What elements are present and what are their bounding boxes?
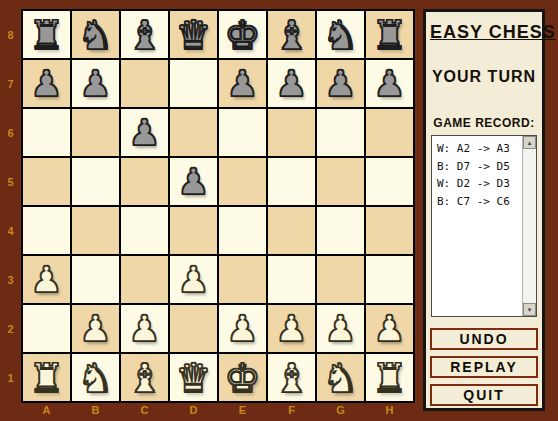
square-g3[interactable] <box>317 256 364 303</box>
action-buttons: UNDO REPLAY QUIT <box>426 328 542 406</box>
square-a5[interactable] <box>23 158 70 205</box>
square-c3[interactable] <box>121 256 168 303</box>
square-f7[interactable]: ♟ <box>268 60 315 107</box>
piece-black-pawn[interactable]: ♟ <box>177 164 209 200</box>
move-entry-3[interactable]: W: D2 -> D3 <box>437 175 520 193</box>
square-d8[interactable]: ♛ <box>170 11 217 58</box>
square-f6[interactable] <box>268 109 315 156</box>
square-a8[interactable]: ♜ <box>23 11 70 58</box>
square-d6[interactable] <box>170 109 217 156</box>
square-f3[interactable] <box>268 256 315 303</box>
square-g2[interactable]: ♟ <box>317 305 364 352</box>
move-entry-1[interactable]: W: A2 -> A3 <box>437 140 520 158</box>
piece-black-king[interactable]: ♚ <box>225 15 261 55</box>
square-f5[interactable] <box>268 158 315 205</box>
move-entry-4[interactable]: B: C7 -> C6 <box>437 193 520 211</box>
piece-black-bishop[interactable]: ♝ <box>274 15 310 55</box>
replay-button[interactable]: REPLAY <box>430 356 538 378</box>
piece-white-pawn[interactable]: ♟ <box>79 311 111 347</box>
square-b7[interactable]: ♟ <box>72 60 119 107</box>
app-title: EASY CHESS <box>430 22 538 43</box>
square-a7[interactable]: ♟ <box>23 60 70 107</box>
scroll-up-icon[interactable]: ▲ <box>523 136 536 149</box>
piece-black-knight[interactable]: ♞ <box>323 15 359 55</box>
piece-white-rook[interactable]: ♜ <box>29 358 65 398</box>
square-g5[interactable] <box>317 158 364 205</box>
square-b2[interactable]: ♟ <box>72 305 119 352</box>
board: ♜♞♝♛♚♝♞♜♟♟♟♟♟♟♟♟♟♟♟♟♟♟♟♟♜♞♝♛♚♝♞♜ <box>21 9 415 403</box>
square-g4[interactable] <box>317 207 364 254</box>
square-e1[interactable]: ♚ <box>219 354 266 401</box>
piece-black-pawn[interactable]: ♟ <box>30 66 62 102</box>
square-a1[interactable]: ♜ <box>23 354 70 401</box>
piece-white-pawn[interactable]: ♟ <box>324 311 356 347</box>
rank-label-3: 3 <box>0 256 21 303</box>
square-e2[interactable]: ♟ <box>219 305 266 352</box>
rank-label-4: 4 <box>0 207 21 254</box>
piece-black-knight[interactable]: ♞ <box>78 15 114 55</box>
square-b6[interactable] <box>72 109 119 156</box>
square-b5[interactable] <box>72 158 119 205</box>
piece-black-pawn[interactable]: ♟ <box>324 66 356 102</box>
piece-white-knight[interactable]: ♞ <box>323 358 359 398</box>
piece-black-pawn[interactable]: ♟ <box>79 66 111 102</box>
square-h3[interactable] <box>366 256 413 303</box>
square-e6[interactable] <box>219 109 266 156</box>
square-h7[interactable]: ♟ <box>366 60 413 107</box>
sidebar-panel: EASY CHESS YOUR TURN GAME RECORD: W: A2 … <box>423 9 545 411</box>
square-f1[interactable]: ♝ <box>268 354 315 401</box>
file-label-f: F <box>268 404 315 416</box>
piece-white-bishop[interactable]: ♝ <box>274 358 310 398</box>
square-a3[interactable]: ♟ <box>23 256 70 303</box>
square-d1[interactable]: ♛ <box>170 354 217 401</box>
square-g7[interactable]: ♟ <box>317 60 364 107</box>
square-d7[interactable] <box>170 60 217 107</box>
piece-black-bishop[interactable]: ♝ <box>127 15 163 55</box>
square-c2[interactable]: ♟ <box>121 305 168 352</box>
square-c1[interactable]: ♝ <box>121 354 168 401</box>
square-c7[interactable] <box>121 60 168 107</box>
rank-label-7: 7 <box>0 60 21 107</box>
piece-black-pawn[interactable]: ♟ <box>373 66 405 102</box>
square-f2[interactable]: ♟ <box>268 305 315 352</box>
piece-black-pawn[interactable]: ♟ <box>226 66 258 102</box>
piece-white-bishop[interactable]: ♝ <box>127 358 163 398</box>
square-e7[interactable]: ♟ <box>219 60 266 107</box>
square-a6[interactable] <box>23 109 70 156</box>
piece-white-pawn[interactable]: ♟ <box>373 311 405 347</box>
piece-white-rook[interactable]: ♜ <box>372 358 408 398</box>
square-h6[interactable] <box>366 109 413 156</box>
file-label-c: C <box>121 404 168 416</box>
piece-black-rook[interactable]: ♜ <box>29 15 65 55</box>
square-e3[interactable] <box>219 256 266 303</box>
square-h2[interactable]: ♟ <box>366 305 413 352</box>
rank-label-2: 2 <box>0 305 21 352</box>
square-h8[interactable]: ♜ <box>366 11 413 58</box>
file-label-a: A <box>23 404 70 416</box>
piece-white-pawn[interactable]: ♟ <box>275 311 307 347</box>
square-c8[interactable]: ♝ <box>121 11 168 58</box>
square-e5[interactable] <box>219 158 266 205</box>
file-label-g: G <box>317 404 364 416</box>
piece-black-queen[interactable]: ♛ <box>176 15 212 55</box>
square-f4[interactable] <box>268 207 315 254</box>
square-d3[interactable]: ♟ <box>170 256 217 303</box>
square-g6[interactable] <box>317 109 364 156</box>
square-a2[interactable] <box>23 305 70 352</box>
piece-white-pawn[interactable]: ♟ <box>177 262 209 298</box>
square-c6[interactable]: ♟ <box>121 109 168 156</box>
square-d4[interactable] <box>170 207 217 254</box>
piece-black-pawn[interactable]: ♟ <box>275 66 307 102</box>
square-c4[interactable] <box>121 207 168 254</box>
square-d2[interactable] <box>170 305 217 352</box>
file-label-e: E <box>219 404 266 416</box>
record-scrollbar[interactable]: ▲ ▼ <box>522 136 536 316</box>
square-g8[interactable]: ♞ <box>317 11 364 58</box>
move-entry-2[interactable]: B: D7 -> D5 <box>437 158 520 176</box>
turn-status: YOUR TURN <box>428 68 540 86</box>
rank-label-8: 8 <box>0 11 21 58</box>
piece-white-queen[interactable]: ♛ <box>176 358 212 398</box>
square-f8[interactable]: ♝ <box>268 11 315 58</box>
file-label-h: H <box>366 404 413 416</box>
piece-white-pawn[interactable]: ♟ <box>128 311 160 347</box>
piece-white-knight[interactable]: ♞ <box>78 358 114 398</box>
piece-black-pawn[interactable]: ♟ <box>128 115 160 151</box>
square-c5[interactable] <box>121 158 168 205</box>
square-e8[interactable]: ♚ <box>219 11 266 58</box>
square-b1[interactable]: ♞ <box>72 354 119 401</box>
file-labels: ABCDEFGH <box>23 404 413 416</box>
square-b4[interactable] <box>72 207 119 254</box>
square-e4[interactable] <box>219 207 266 254</box>
rank-label-1: 1 <box>0 354 21 401</box>
undo-button[interactable]: UNDO <box>430 328 538 350</box>
square-d5[interactable]: ♟ <box>170 158 217 205</box>
square-h1[interactable]: ♜ <box>366 354 413 401</box>
piece-white-pawn[interactable]: ♟ <box>30 262 62 298</box>
scroll-down-icon[interactable]: ▼ <box>523 303 536 316</box>
piece-white-king[interactable]: ♚ <box>225 358 261 398</box>
game-record-label: GAME RECORD: <box>426 116 542 130</box>
rank-labels: 87654321 <box>0 11 21 401</box>
rank-label-6: 6 <box>0 109 21 156</box>
square-b8[interactable]: ♞ <box>72 11 119 58</box>
game-record-listbox[interactable]: W: A2 -> A3B: D7 -> D5W: D2 -> D3B: C7 -… <box>431 135 537 317</box>
piece-white-pawn[interactable]: ♟ <box>226 311 258 347</box>
piece-black-rook[interactable]: ♜ <box>372 15 408 55</box>
square-b3[interactable] <box>72 256 119 303</box>
quit-button[interactable]: QUIT <box>430 384 538 406</box>
square-a4[interactable] <box>23 207 70 254</box>
rank-label-5: 5 <box>0 158 21 205</box>
chess-board-frame: 87654321 ♜♞♝♛♚♝♞♜♟♟♟♟♟♟♟♟♟♟♟♟♟♟♟♟♜♞♝♛♚♝♞… <box>0 0 420 421</box>
square-h4[interactable] <box>366 207 413 254</box>
game-record-moves: W: A2 -> A3B: D7 -> D5W: D2 -> D3B: C7 -… <box>432 136 536 210</box>
square-h5[interactable] <box>366 158 413 205</box>
square-g1[interactable]: ♞ <box>317 354 364 401</box>
file-label-d: D <box>170 404 217 416</box>
file-label-b: B <box>72 404 119 416</box>
